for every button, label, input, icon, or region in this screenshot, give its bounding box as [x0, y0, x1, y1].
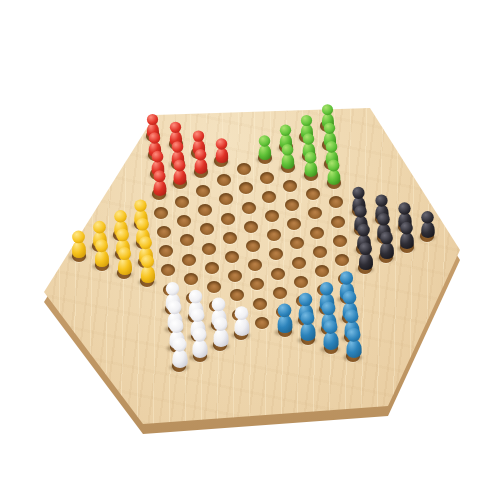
hole-c7-4[interactable]: [223, 232, 237, 244]
peg-head: [139, 236, 152, 249]
peg-head: [375, 195, 387, 207]
peg-head: [355, 205, 367, 217]
peg-body: [379, 243, 393, 260]
peg-body: [282, 153, 294, 168]
peg-head: [193, 327, 207, 341]
peg-head: [234, 306, 248, 320]
peg-black[interactable]: [379, 232, 394, 259]
hole-c6-5[interactable]: [202, 243, 216, 255]
hole-c7-7[interactable]: [230, 289, 244, 301]
peg-body: [213, 328, 228, 346]
hole-c4-6[interactable]: [159, 245, 173, 257]
peg-body: [300, 323, 315, 341]
hole-c8-1[interactable]: [239, 182, 253, 194]
peg-red[interactable]: [152, 170, 166, 196]
hole-c8-5[interactable]: [248, 259, 262, 271]
peg-head: [141, 255, 154, 268]
hole-c8-3[interactable]: [244, 221, 258, 233]
peg-white[interactable]: [171, 338, 187, 369]
peg-body: [95, 250, 109, 267]
hole-c7-3[interactable]: [221, 213, 235, 225]
hole-c6-4[interactable]: [200, 223, 214, 235]
peg-body: [153, 180, 166, 196]
hole-c8-2[interactable]: [242, 202, 256, 214]
hole-c4-7[interactable]: [161, 264, 175, 276]
peg-body: [259, 145, 271, 160]
peg-body: [421, 221, 434, 237]
hole-c11-7[interactable]: [315, 265, 329, 277]
hole-c9-1[interactable]: [260, 172, 274, 184]
peg-head: [118, 247, 131, 260]
peg-head: [324, 320, 338, 334]
peg-head: [278, 304, 292, 318]
peg-head: [400, 221, 413, 234]
peg-body: [72, 242, 86, 259]
hole-c9-3[interactable]: [265, 210, 279, 222]
peg-head: [166, 282, 179, 295]
peg-head: [189, 290, 203, 304]
peg-body: [400, 232, 414, 249]
peg-head: [116, 228, 129, 241]
peg-body: [304, 162, 317, 177]
peg-blue[interactable]: [300, 312, 316, 342]
peg-head: [172, 338, 186, 352]
peg-body: [171, 350, 186, 369]
hole-c10-4[interactable]: [287, 218, 301, 230]
peg-blue[interactable]: [322, 320, 338, 350]
peg-head: [357, 224, 370, 237]
peg-body: [346, 340, 361, 358]
peg-head: [137, 218, 150, 231]
peg-head: [305, 152, 317, 164]
peg-head: [344, 309, 358, 323]
hole-c6-7[interactable]: [207, 281, 221, 293]
peg-head: [359, 242, 372, 255]
peg-head: [95, 239, 108, 252]
peg-body: [140, 266, 154, 283]
hole-c8-4[interactable]: [246, 240, 260, 252]
peg-green[interactable]: [304, 152, 318, 177]
peg-red[interactable]: [173, 159, 187, 184]
peg-red[interactable]: [215, 138, 228, 163]
peg-head: [342, 290, 356, 304]
peg-head: [172, 141, 184, 153]
hole-c9-7[interactable]: [273, 287, 287, 299]
peg-head: [378, 213, 391, 226]
hole-c12-7[interactable]: [335, 254, 349, 266]
hole-c12-5[interactable]: [331, 216, 345, 228]
peg-head: [193, 130, 204, 141]
peg-body: [327, 170, 340, 185]
peg-body: [358, 253, 372, 270]
peg-green[interactable]: [281, 144, 294, 169]
peg-head: [421, 211, 433, 223]
peg-head: [380, 232, 393, 245]
peg-head: [319, 282, 332, 295]
hole-c5-5[interactable]: [180, 234, 194, 246]
peg-head: [174, 159, 186, 171]
peg-head: [299, 293, 313, 307]
board-cells: [0, 0, 500, 500]
peg-body: [194, 159, 207, 174]
hole-c8-6[interactable]: [250, 278, 264, 290]
hole-c5-4[interactable]: [177, 215, 191, 227]
peg-head: [213, 317, 227, 331]
hole-c11-3[interactable]: [306, 188, 320, 200]
peg-head: [135, 199, 147, 211]
peg-green[interactable]: [327, 160, 341, 185]
hole-c7-5[interactable]: [225, 251, 239, 263]
peg-head: [340, 272, 353, 285]
peg-head: [259, 136, 270, 147]
peg-blue[interactable]: [345, 328, 361, 358]
peg-body: [323, 331, 338, 349]
hole-c4-5[interactable]: [157, 226, 171, 238]
peg-body: [277, 315, 292, 333]
hole-c5-6[interactable]: [182, 254, 196, 266]
peg-head: [170, 319, 184, 333]
peg-head: [195, 149, 207, 161]
hole-c11-6[interactable]: [313, 246, 327, 258]
peg-head: [321, 104, 332, 115]
hole-c6-6[interactable]: [205, 262, 219, 274]
peg-yellow[interactable]: [117, 247, 132, 275]
peg-head: [346, 328, 360, 342]
peg-head: [147, 114, 158, 125]
hole-c7-1[interactable]: [217, 174, 231, 186]
hole-c8-0[interactable]: [237, 163, 251, 175]
peg-head: [303, 133, 314, 144]
peg-body: [192, 339, 207, 357]
peg-head: [153, 170, 165, 182]
hole-c10-7[interactable]: [294, 276, 308, 288]
peg-head: [168, 301, 182, 315]
hole-c10-5[interactable]: [290, 237, 304, 249]
peg-head: [301, 114, 312, 125]
hole-c11-4[interactable]: [308, 207, 322, 219]
peg-body: [117, 258, 131, 275]
peg-blue[interactable]: [277, 304, 293, 334]
hole-c8-8[interactable]: [255, 317, 269, 329]
hole-c7-2[interactable]: [219, 193, 233, 205]
peg-yellow[interactable]: [94, 239, 109, 267]
peg-yellow[interactable]: [140, 255, 155, 283]
peg-white[interactable]: [192, 327, 208, 357]
peg-black[interactable]: [420, 211, 434, 238]
peg-head: [326, 141, 338, 153]
peg-head: [282, 144, 294, 156]
hole-c9-5[interactable]: [269, 248, 283, 260]
peg-head: [321, 301, 335, 315]
hole-c4-4[interactable]: [154, 207, 168, 219]
chinese-checkers-board-photo: [0, 0, 500, 500]
hole-c9-6[interactable]: [271, 268, 285, 280]
peg-head: [216, 138, 228, 150]
peg-body: [215, 148, 227, 163]
peg-white[interactable]: [233, 306, 249, 336]
peg-head: [151, 151, 163, 163]
peg-head: [114, 210, 126, 222]
hole-c6-3[interactable]: [198, 204, 212, 216]
peg-head: [353, 186, 365, 198]
peg-black[interactable]: [399, 221, 414, 248]
peg-red[interactable]: [194, 149, 207, 174]
hole-c9-4[interactable]: [267, 229, 281, 241]
peg-body: [174, 169, 187, 184]
peg-white[interactable]: [212, 317, 228, 347]
peg-yellow[interactable]: [71, 231, 86, 258]
hole-c12-6[interactable]: [333, 235, 347, 247]
peg-head: [324, 122, 335, 133]
hole-c10-2[interactable]: [283, 180, 297, 192]
hole-c8-7[interactable]: [253, 298, 267, 310]
hole-c7-6[interactable]: [228, 270, 242, 282]
hole-c6-2[interactable]: [196, 185, 210, 197]
hole-c5-7[interactable]: [184, 273, 198, 285]
hole-c9-2[interactable]: [262, 191, 276, 203]
hole-c11-5[interactable]: [310, 227, 324, 239]
hole-c10-6[interactable]: [292, 257, 306, 269]
peg-head: [211, 298, 225, 312]
hole-c12-4[interactable]: [329, 196, 343, 208]
hole-c10-3[interactable]: [285, 199, 299, 211]
peg-body: [234, 318, 249, 336]
peg-head: [149, 133, 160, 144]
hole-c5-3[interactable]: [175, 196, 189, 208]
peg-black[interactable]: [358, 242, 373, 270]
peg-head: [93, 220, 106, 233]
peg-green[interactable]: [258, 136, 271, 161]
